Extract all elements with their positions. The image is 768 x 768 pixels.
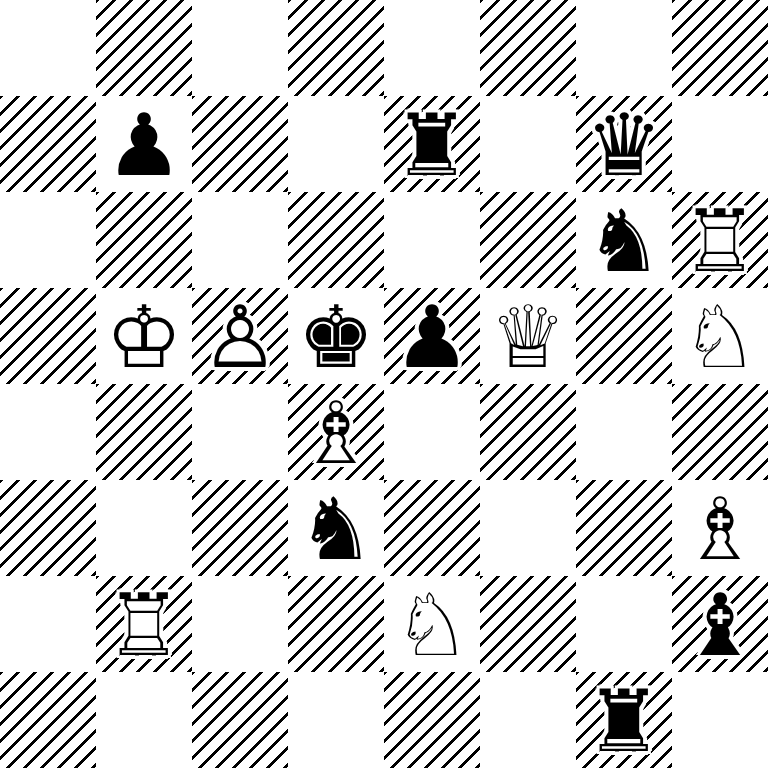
square-f8[interactable] bbox=[480, 0, 576, 96]
black-queen-glyph: ♛ bbox=[576, 96, 672, 192]
square-h4[interactable] bbox=[672, 384, 768, 480]
square-a2[interactable] bbox=[0, 576, 96, 672]
square-a3[interactable] bbox=[0, 480, 96, 576]
square-e7[interactable]: ♜♜ bbox=[384, 96, 480, 192]
square-c2[interactable] bbox=[192, 576, 288, 672]
square-g2[interactable] bbox=[576, 576, 672, 672]
square-d8[interactable] bbox=[288, 0, 384, 96]
square-f3[interactable] bbox=[480, 480, 576, 576]
square-c8[interactable] bbox=[192, 0, 288, 96]
square-b2[interactable]: ♜♖ bbox=[96, 576, 192, 672]
square-d4[interactable]: ♝♗ bbox=[288, 384, 384, 480]
square-d2[interactable] bbox=[288, 576, 384, 672]
square-a1[interactable] bbox=[0, 672, 96, 768]
square-f6[interactable] bbox=[480, 192, 576, 288]
square-b8[interactable] bbox=[96, 0, 192, 96]
square-f7[interactable] bbox=[480, 96, 576, 192]
square-c1[interactable] bbox=[192, 672, 288, 768]
black-pawn: ♟♟ bbox=[384, 288, 480, 384]
square-h1[interactable] bbox=[672, 672, 768, 768]
black-pawn: ♟♟ bbox=[96, 96, 192, 192]
white-rook: ♜♖ bbox=[672, 192, 768, 288]
square-c6[interactable] bbox=[192, 192, 288, 288]
square-c7[interactable] bbox=[192, 96, 288, 192]
black-pawn-glyph: ♟ bbox=[96, 96, 192, 192]
square-h3[interactable]: ♝♗ bbox=[672, 480, 768, 576]
white-queen-glyph: ♕ bbox=[480, 288, 576, 384]
square-b4[interactable] bbox=[96, 384, 192, 480]
black-bishop: ♝♝ bbox=[672, 576, 768, 672]
square-b3[interactable] bbox=[96, 480, 192, 576]
black-knight-glyph: ♞ bbox=[576, 192, 672, 288]
square-c5[interactable]: ♟♙ bbox=[192, 288, 288, 384]
square-e4[interactable] bbox=[384, 384, 480, 480]
square-c4[interactable] bbox=[192, 384, 288, 480]
white-king-glyph: ♔ bbox=[96, 288, 192, 384]
square-h2[interactable]: ♝♝ bbox=[672, 576, 768, 672]
square-e2[interactable]: ♞♘ bbox=[384, 576, 480, 672]
square-f2[interactable] bbox=[480, 576, 576, 672]
square-b5[interactable]: ♚♔ bbox=[96, 288, 192, 384]
square-a5[interactable] bbox=[0, 288, 96, 384]
black-rook-glyph: ♜ bbox=[576, 672, 672, 768]
square-f4[interactable] bbox=[480, 384, 576, 480]
square-h8[interactable] bbox=[672, 0, 768, 96]
square-g5[interactable] bbox=[576, 288, 672, 384]
square-g4[interactable] bbox=[576, 384, 672, 480]
white-king: ♚♔ bbox=[96, 288, 192, 384]
white-bishop: ♝♗ bbox=[288, 384, 384, 480]
square-h5[interactable]: ♞♘ bbox=[672, 288, 768, 384]
white-rook-glyph: ♖ bbox=[96, 576, 192, 672]
square-g1[interactable]: ♜♜ bbox=[576, 672, 672, 768]
square-g8[interactable] bbox=[576, 0, 672, 96]
square-f5[interactable]: ♛♕ bbox=[480, 288, 576, 384]
white-pawn: ♟♙ bbox=[192, 288, 288, 384]
white-bishop-glyph: ♗ bbox=[672, 480, 768, 576]
white-knight-glyph: ♘ bbox=[672, 288, 768, 384]
white-bishop: ♝♗ bbox=[672, 480, 768, 576]
square-a4[interactable] bbox=[0, 384, 96, 480]
square-g3[interactable] bbox=[576, 480, 672, 576]
square-e1[interactable] bbox=[384, 672, 480, 768]
square-g6[interactable]: ♞♞ bbox=[576, 192, 672, 288]
square-f1[interactable] bbox=[480, 672, 576, 768]
black-bishop-glyph: ♝ bbox=[672, 576, 768, 672]
black-knight: ♞♞ bbox=[576, 192, 672, 288]
white-rook: ♜♖ bbox=[96, 576, 192, 672]
white-pawn-glyph: ♙ bbox=[192, 288, 288, 384]
black-king: ♚♚ bbox=[288, 288, 384, 384]
square-h6[interactable]: ♜♖ bbox=[672, 192, 768, 288]
white-queen: ♛♕ bbox=[480, 288, 576, 384]
square-a6[interactable] bbox=[0, 192, 96, 288]
white-bishop-glyph: ♗ bbox=[288, 384, 384, 480]
white-rook-glyph: ♖ bbox=[672, 192, 768, 288]
square-d5[interactable]: ♚♚ bbox=[288, 288, 384, 384]
black-rook-glyph: ♜ bbox=[384, 96, 480, 192]
square-c3[interactable] bbox=[192, 480, 288, 576]
black-king-glyph: ♚ bbox=[288, 288, 384, 384]
black-knight-glyph: ♞ bbox=[288, 480, 384, 576]
square-d7[interactable] bbox=[288, 96, 384, 192]
square-d1[interactable] bbox=[288, 672, 384, 768]
white-knight: ♞♘ bbox=[384, 576, 480, 672]
square-e6[interactable] bbox=[384, 192, 480, 288]
square-e5[interactable]: ♟♟ bbox=[384, 288, 480, 384]
white-knight-glyph: ♘ bbox=[384, 576, 480, 672]
black-rook: ♜♜ bbox=[576, 672, 672, 768]
square-h7[interactable] bbox=[672, 96, 768, 192]
square-b1[interactable] bbox=[96, 672, 192, 768]
white-knight: ♞♘ bbox=[672, 288, 768, 384]
black-pawn-glyph: ♟ bbox=[384, 288, 480, 384]
square-a8[interactable] bbox=[0, 0, 96, 96]
square-b6[interactable] bbox=[96, 192, 192, 288]
square-e3[interactable] bbox=[384, 480, 480, 576]
black-rook: ♜♜ bbox=[384, 96, 480, 192]
square-g7[interactable]: ♛♛ bbox=[576, 96, 672, 192]
chess-board: ♟♟♜♜♛♛♞♞♜♖♚♔♟♙♚♚♟♟♛♕♞♘♝♗♞♞♝♗♜♖♞♘♝♝♜♜ bbox=[0, 0, 768, 768]
square-b7[interactable]: ♟♟ bbox=[96, 96, 192, 192]
black-queen: ♛♛ bbox=[576, 96, 672, 192]
square-d3[interactable]: ♞♞ bbox=[288, 480, 384, 576]
black-knight: ♞♞ bbox=[288, 480, 384, 576]
square-d6[interactable] bbox=[288, 192, 384, 288]
square-e8[interactable] bbox=[384, 0, 480, 96]
square-a7[interactable] bbox=[0, 96, 96, 192]
